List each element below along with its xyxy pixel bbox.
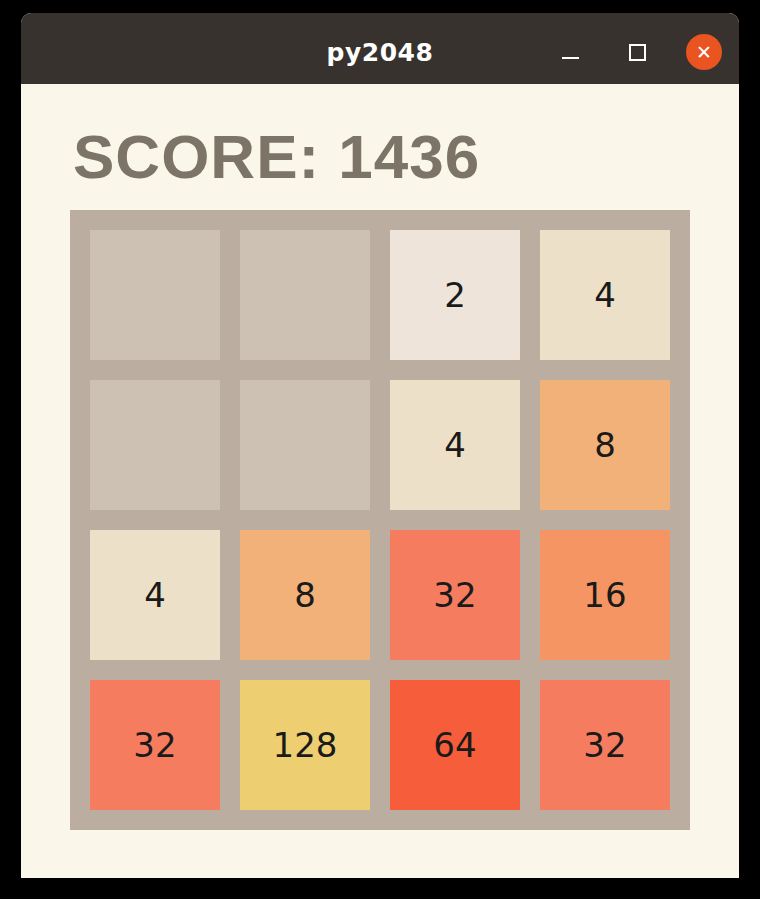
close-x-icon: ✕ [686, 34, 722, 70]
minimize-dash-icon [562, 57, 579, 59]
minimize-button[interactable] [552, 34, 588, 70]
maximize-square-icon [629, 44, 646, 61]
tile-8-r2c4: 8 [540, 380, 670, 510]
tile-128-r4c2: 128 [240, 680, 370, 810]
tile-64-r4c3: 64 [390, 680, 520, 810]
empty-cell-r1c2 [240, 230, 370, 360]
window-controls: ✕ [521, 13, 722, 84]
empty-cell-r2c1 [90, 380, 220, 510]
tile-4-r2c3: 4 [390, 380, 520, 510]
window-content: SCORE: 1436 2448483216321286432 [21, 84, 739, 878]
close-button[interactable]: ✕ [686, 34, 722, 70]
empty-cell-r2c2 [240, 380, 370, 510]
empty-cell-r1c1 [90, 230, 220, 360]
tile-4-r1c4: 4 [540, 230, 670, 360]
tile-32-r4c1: 32 [90, 680, 220, 810]
tile-2-r1c3: 2 [390, 230, 520, 360]
screen: py2048 ✕ SCORE: 1436 2448483216321286432 [0, 0, 760, 899]
maximize-button[interactable] [619, 34, 655, 70]
tile-32-r4c4: 32 [540, 680, 670, 810]
tile-8-r3c2: 8 [240, 530, 370, 660]
score-text: SCORE: 1436 [73, 84, 739, 190]
tile-4-r3c1: 4 [90, 530, 220, 660]
titlebar[interactable]: py2048 ✕ [21, 13, 739, 84]
app-window: py2048 ✕ SCORE: 1436 2448483216321286432 [21, 13, 739, 878]
board: 2448483216321286432 [70, 210, 690, 830]
tile-16-r3c4: 16 [540, 530, 670, 660]
window-title: py2048 [327, 30, 434, 67]
tile-32-r3c3: 32 [390, 530, 520, 660]
